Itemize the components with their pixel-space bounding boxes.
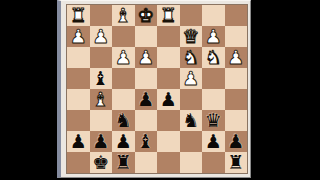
square-c5[interactable]	[180, 89, 203, 110]
square-e4[interactable]	[135, 68, 158, 89]
square-c2[interactable]: ♛	[180, 26, 203, 47]
square-f3[interactable]: ♟	[112, 47, 135, 68]
black-rook[interactable]: ♜	[112, 152, 135, 173]
black-pawn[interactable]: ♟	[90, 131, 113, 152]
square-f5[interactable]	[112, 89, 135, 110]
square-a6[interactable]	[225, 110, 248, 131]
black-king[interactable]: ♚	[90, 152, 113, 173]
square-d3[interactable]	[157, 47, 180, 68]
white-knight[interactable]: ♞	[202, 47, 225, 68]
square-b1[interactable]	[202, 5, 225, 26]
white-queen[interactable]: ♛	[180, 26, 203, 47]
square-a3[interactable]: ♟	[225, 47, 248, 68]
square-g4[interactable]: ♝	[90, 68, 113, 89]
square-d7[interactable]	[157, 131, 180, 152]
square-h6[interactable]	[67, 110, 90, 131]
square-b7[interactable]: ♟	[202, 131, 225, 152]
square-c6[interactable]: ♞	[180, 110, 203, 131]
square-g3[interactable]	[90, 47, 113, 68]
white-rook[interactable]: ♜	[67, 5, 90, 26]
black-pawn[interactable]: ♟	[135, 89, 158, 110]
white-pawn[interactable]: ♟	[202, 26, 225, 47]
square-e1[interactable]: ♚	[135, 5, 158, 26]
square-e7[interactable]: ♝	[135, 131, 158, 152]
chess-board: ♜♝♚♜♟♟♛♟♟♟♞♞♟♝♟♝♟♟♞♞♛♟♟♟♝♟♟♚♜♜	[66, 4, 248, 174]
square-b3[interactable]: ♞	[202, 47, 225, 68]
white-bishop[interactable]: ♝	[90, 89, 113, 110]
square-g2[interactable]: ♟	[90, 26, 113, 47]
white-pawn[interactable]: ♟	[67, 26, 90, 47]
chess-window-frame: ♜♝♚♜♟♟♛♟♟♟♞♞♟♝♟♝♟♟♞♞♛♟♟♟♝♟♟♚♜♜	[57, 0, 251, 178]
square-g6[interactable]	[90, 110, 113, 131]
square-d8[interactable]	[157, 152, 180, 173]
black-queen[interactable]: ♛	[202, 110, 225, 131]
white-pawn[interactable]: ♟	[135, 47, 158, 68]
black-pawn[interactable]: ♟	[112, 131, 135, 152]
square-h7[interactable]: ♟	[67, 131, 90, 152]
white-pawn[interactable]: ♟	[112, 47, 135, 68]
black-knight[interactable]: ♞	[112, 110, 135, 131]
black-pawn[interactable]: ♟	[225, 131, 248, 152]
square-h1[interactable]: ♜	[67, 5, 90, 26]
square-b8[interactable]	[202, 152, 225, 173]
square-b5[interactable]	[202, 89, 225, 110]
black-pawn[interactable]: ♟	[157, 89, 180, 110]
square-c4[interactable]: ♟	[180, 68, 203, 89]
square-d1[interactable]: ♜	[157, 5, 180, 26]
square-g5[interactable]: ♝	[90, 89, 113, 110]
square-h4[interactable]	[67, 68, 90, 89]
square-h2[interactable]: ♟	[67, 26, 90, 47]
square-e5[interactable]: ♟	[135, 89, 158, 110]
square-h5[interactable]	[67, 89, 90, 110]
square-c1[interactable]	[180, 5, 203, 26]
square-f7[interactable]: ♟	[112, 131, 135, 152]
square-d6[interactable]	[157, 110, 180, 131]
square-a7[interactable]: ♟	[225, 131, 248, 152]
square-d5[interactable]: ♟	[157, 89, 180, 110]
square-f2[interactable]	[112, 26, 135, 47]
square-a5[interactable]	[225, 89, 248, 110]
square-g8[interactable]: ♚	[90, 152, 113, 173]
video-frame: ♜♝♚♜♟♟♛♟♟♟♞♞♟♝♟♝♟♟♞♞♛♟♟♟♝♟♟♚♜♜	[0, 0, 320, 180]
square-b2[interactable]: ♟	[202, 26, 225, 47]
white-knight[interactable]: ♞	[180, 47, 203, 68]
square-a4[interactable]	[225, 68, 248, 89]
black-rook[interactable]: ♜	[225, 152, 248, 173]
square-a1[interactable]	[225, 5, 248, 26]
white-rook[interactable]: ♜	[157, 5, 180, 26]
square-f4[interactable]	[112, 68, 135, 89]
square-e8[interactable]	[135, 152, 158, 173]
white-pawn[interactable]: ♟	[90, 26, 113, 47]
square-h8[interactable]	[67, 152, 90, 173]
black-pawn[interactable]: ♟	[67, 131, 90, 152]
square-a8[interactable]: ♜	[225, 152, 248, 173]
square-g7[interactable]: ♟	[90, 131, 113, 152]
black-bishop[interactable]: ♝	[135, 131, 158, 152]
white-king[interactable]: ♚	[135, 5, 158, 26]
square-a2[interactable]	[225, 26, 248, 47]
square-c3[interactable]: ♞	[180, 47, 203, 68]
square-b4[interactable]	[202, 68, 225, 89]
white-pawn[interactable]: ♟	[180, 68, 203, 89]
square-d4[interactable]	[157, 68, 180, 89]
square-b6[interactable]: ♛	[202, 110, 225, 131]
square-e6[interactable]	[135, 110, 158, 131]
black-bishop[interactable]: ♝	[90, 68, 113, 89]
square-g1[interactable]	[90, 5, 113, 26]
square-f1[interactable]: ♝	[112, 5, 135, 26]
square-e2[interactable]	[135, 26, 158, 47]
white-bishop[interactable]: ♝	[112, 5, 135, 26]
square-c8[interactable]	[180, 152, 203, 173]
black-knight[interactable]: ♞	[180, 110, 203, 131]
square-h3[interactable]	[67, 47, 90, 68]
black-pawn[interactable]: ♟	[202, 131, 225, 152]
square-f6[interactable]: ♞	[112, 110, 135, 131]
square-d2[interactable]	[157, 26, 180, 47]
white-pawn[interactable]: ♟	[225, 47, 248, 68]
square-f8[interactable]: ♜	[112, 152, 135, 173]
square-c7[interactable]	[180, 131, 203, 152]
square-e3[interactable]: ♟	[135, 47, 158, 68]
